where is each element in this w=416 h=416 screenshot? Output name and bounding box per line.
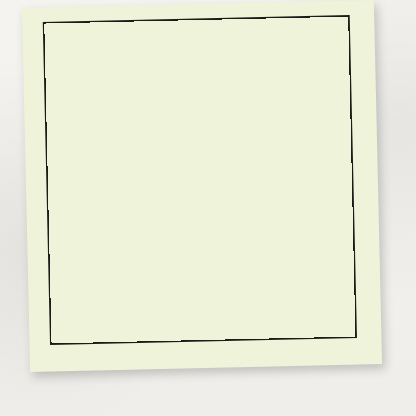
mat-inner [22,0,382,372]
chess-mat [22,0,382,372]
chess-board [44,17,355,344]
